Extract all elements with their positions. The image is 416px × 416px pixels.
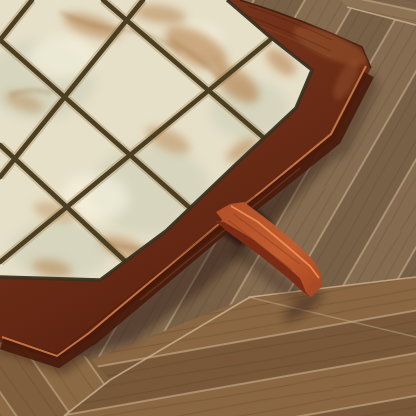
scene-image xyxy=(0,0,416,416)
photo-canvas xyxy=(0,0,416,416)
